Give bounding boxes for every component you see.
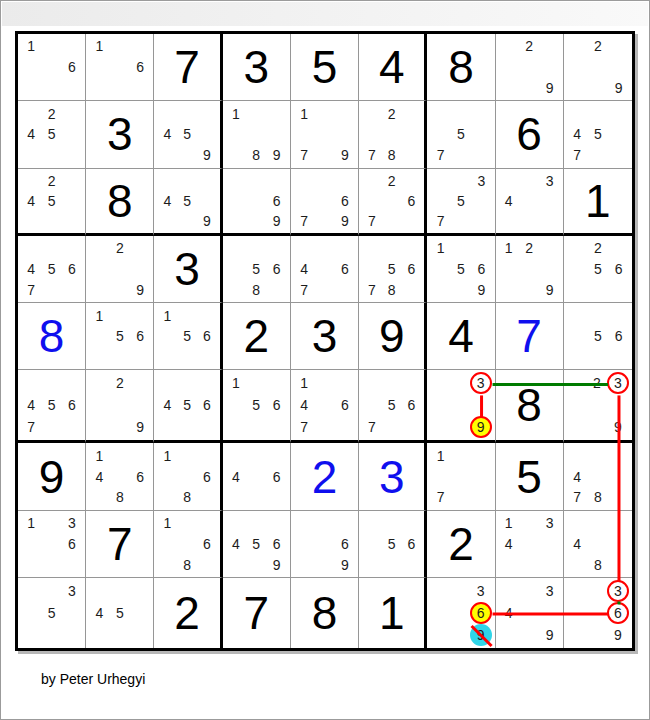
- given-digit: 8: [86, 169, 153, 233]
- cell-r5c1[interactable]: 8: [18, 303, 86, 370]
- cell-r3c9[interactable]: 1: [564, 169, 632, 236]
- cell-r1c4[interactable]: 3: [223, 34, 291, 101]
- cell-r5c6[interactable]: 9: [359, 303, 427, 370]
- candidate-digit: 9: [546, 81, 554, 95]
- candidate-digit: 6: [68, 262, 76, 276]
- cell-r5c2[interactable]: 156: [86, 303, 154, 370]
- candidate-digit: 5: [252, 537, 260, 551]
- candidate-digit: 8: [252, 283, 260, 297]
- cell-r7c4[interactable]: 46: [223, 443, 291, 510]
- candidate-digit: 5: [388, 398, 396, 412]
- candidate-grid: 4567: [18, 370, 85, 440]
- candidate-grid: 478: [564, 443, 632, 509]
- candidate-digit: 9: [614, 628, 622, 642]
- candidate-digit: 4: [27, 262, 35, 276]
- ring-circle-mark: 3: [607, 580, 629, 602]
- candidate-digit: 9: [136, 283, 144, 297]
- candidate-digit: 1: [300, 376, 308, 390]
- candidate-grid: 56: [564, 303, 632, 369]
- candidate-digit: 9: [203, 148, 211, 162]
- candidate-digit: 7: [300, 214, 308, 228]
- cell-r3c3[interactable]: 459: [154, 169, 222, 236]
- candidate-digit: 1: [437, 241, 445, 255]
- candidate-digit: 8: [116, 490, 124, 504]
- candidate-digit: 3: [614, 376, 622, 390]
- candidate-digit: 9: [546, 628, 554, 642]
- candidate-grid: 45: [86, 578, 153, 648]
- candidate-digit: 6: [68, 398, 76, 412]
- candidate-digit: 6: [203, 470, 211, 484]
- candidate-digit: 5: [183, 127, 191, 141]
- given-digit: 4: [427, 303, 494, 369]
- candidate-digit: 3: [546, 174, 554, 188]
- cell-r1c1[interactable]: 16: [18, 34, 86, 101]
- candidate-digit: 1: [163, 516, 171, 530]
- candidate-digit: 4: [163, 194, 171, 208]
- candidate-grid: 4569: [223, 511, 290, 577]
- candidate-digit: 2: [48, 174, 56, 188]
- cell-r6c2[interactable]: 29: [86, 370, 154, 443]
- candidate-digit: 1: [27, 39, 35, 53]
- cell-r1c2[interactable]: 16: [86, 34, 154, 101]
- cell-r9c2[interactable]: 45: [86, 578, 154, 648]
- candidate-grid: 29: [86, 236, 153, 302]
- candidate-digit: 2: [388, 174, 396, 188]
- given-digit: 9: [359, 303, 424, 369]
- cell-r8c4[interactable]: 4569: [223, 511, 291, 578]
- cell-r5c4[interactable]: 2: [223, 303, 291, 370]
- candidate-grid: 278: [359, 101, 424, 167]
- candidate-digit: 5: [48, 194, 56, 208]
- candidate-digit: 6: [614, 606, 622, 620]
- cell-r3c6[interactable]: 267: [359, 169, 427, 236]
- candidate-grid: 156: [86, 303, 153, 369]
- candidate-grid: 239: [564, 370, 632, 440]
- candidate-grid: 1569: [427, 236, 494, 302]
- candidate-grid: 48: [564, 511, 632, 577]
- cell-r4c6[interactable]: 5678: [359, 236, 427, 303]
- candidate-digit: 6: [136, 329, 144, 343]
- candidate-grid: 39: [427, 370, 494, 440]
- cell-r8c5[interactable]: 69: [291, 511, 359, 578]
- candidate-digit: 4: [573, 127, 581, 141]
- cyan-circle-mark: 9: [470, 624, 492, 646]
- cell-r4c1[interactable]: 4567: [18, 236, 86, 303]
- candidate-digit: 9: [477, 628, 485, 642]
- candidate-grid: 35: [18, 578, 85, 648]
- candidate-digit: 5: [457, 127, 465, 141]
- cell-r4c7[interactable]: 1569: [427, 236, 495, 303]
- candidate-digit: 2: [594, 39, 602, 53]
- candidate-digit: 2: [48, 107, 56, 121]
- window-top-bar: [2, 2, 648, 26]
- cell-r6c7[interactable]: 39: [427, 370, 495, 443]
- cell-r7c9[interactable]: 478: [564, 443, 632, 510]
- candidate-digit: 9: [136, 420, 144, 434]
- candidate-grid: 457: [564, 101, 632, 167]
- candidate-digit: 4: [573, 537, 581, 551]
- candidate-digit: 8: [388, 148, 396, 162]
- cell-r8c7[interactable]: 2: [427, 511, 495, 578]
- candidate-digit: 2: [525, 39, 533, 53]
- cell-r8c6[interactable]: 56: [359, 511, 427, 578]
- candidate-digit: 5: [252, 262, 260, 276]
- candidate-digit: 4: [96, 470, 104, 484]
- candidate-digit: 5: [457, 262, 465, 276]
- candidate-digit: 6: [273, 398, 281, 412]
- candidate-digit: 4: [96, 606, 104, 620]
- cell-r9c4[interactable]: 7: [223, 578, 291, 648]
- candidate-digit: 4: [232, 470, 240, 484]
- solver-digit: 7: [496, 303, 563, 369]
- candidate-grid: 1468: [86, 443, 153, 509]
- cell-r7c2[interactable]: 1468: [86, 443, 154, 510]
- candidate-digit: 5: [48, 398, 56, 412]
- cell-r2c8[interactable]: 6: [496, 101, 564, 168]
- candidate-digit: 6: [68, 537, 76, 551]
- cell-r8c2[interactable]: 7: [86, 511, 154, 578]
- candidate-digit: 5: [594, 127, 602, 141]
- candidate-grid: 16: [86, 34, 153, 100]
- candidate-digit: 1: [96, 309, 104, 323]
- candidate-grid: 57: [427, 101, 494, 167]
- candidate-digit: 7: [437, 148, 445, 162]
- cell-r9c1[interactable]: 35: [18, 578, 86, 648]
- candidate-grid: 46: [223, 443, 290, 509]
- candidate-grid: 459: [154, 101, 219, 167]
- given-digit: 2: [223, 303, 290, 369]
- given-digit: 7: [86, 511, 153, 577]
- candidate-digit: 8: [594, 558, 602, 572]
- cell-r9c8[interactable]: 349: [496, 578, 564, 648]
- cell-r4c4[interactable]: 568: [223, 236, 291, 303]
- candidate-digit: 4: [505, 537, 513, 551]
- candidate-digit: 5: [48, 606, 56, 620]
- given-digit: 5: [291, 34, 358, 100]
- cell-r9c6[interactable]: 1: [359, 578, 427, 648]
- cell-r8c3[interactable]: 168: [154, 511, 222, 578]
- cell-r1c9[interactable]: 29: [564, 34, 632, 101]
- candidate-digit: 9: [477, 283, 485, 297]
- given-digit: 3: [86, 101, 153, 167]
- candidate-grid: 156: [223, 370, 290, 440]
- candidate-digit: 4: [505, 194, 513, 208]
- cell-r1c5[interactable]: 5: [291, 34, 359, 101]
- candidate-digit: 1: [232, 376, 240, 390]
- candidate-digit: 9: [546, 283, 554, 297]
- cell-r5c9[interactable]: 56: [564, 303, 632, 370]
- candidate-grid: 69: [223, 169, 290, 233]
- cell-r3c8[interactable]: 34: [496, 169, 564, 236]
- given-digit: 1: [564, 169, 632, 233]
- cell-r7c1[interactable]: 9: [18, 443, 86, 510]
- cell-r3c1[interactable]: 245: [18, 169, 86, 236]
- solver-digit: 8: [18, 303, 85, 369]
- candidate-digit: 4: [232, 537, 240, 551]
- candidate-digit: 3: [614, 584, 622, 598]
- candidate-grid: 5678: [359, 236, 424, 302]
- candidate-digit: 5: [48, 262, 56, 276]
- candidate-digit: 2: [116, 376, 124, 390]
- candidate-digit: 4: [163, 127, 171, 141]
- cell-r3c5[interactable]: 679: [291, 169, 359, 236]
- cell-r6c3[interactable]: 456: [154, 370, 222, 443]
- candidate-digit: 7: [300, 148, 308, 162]
- candidate-digit: 4: [505, 606, 513, 620]
- cell-r5c3[interactable]: 156: [154, 303, 222, 370]
- cell-r2c6[interactable]: 278: [359, 101, 427, 168]
- candidate-grid: 156: [154, 303, 219, 369]
- candidate-digit: 3: [68, 584, 76, 598]
- cell-r3c4[interactable]: 69: [223, 169, 291, 236]
- solver-digit: 2: [291, 443, 358, 509]
- given-digit: 3: [223, 34, 290, 100]
- candidate-digit: 1: [96, 449, 104, 463]
- candidate-digit: 6: [408, 194, 416, 208]
- candidate-digit: 6: [408, 398, 416, 412]
- cell-r4c2[interactable]: 29: [86, 236, 154, 303]
- candidate-digit: 6: [341, 398, 349, 412]
- candidate-digit: 5: [183, 329, 191, 343]
- cell-r4c3[interactable]: 3: [154, 236, 222, 303]
- candidate-digit: 4: [573, 470, 581, 484]
- candidate-grid: 189: [223, 101, 290, 167]
- candidate-digit: 7: [368, 148, 376, 162]
- candidate-grid: 369: [564, 578, 632, 648]
- candidate-grid: 459: [154, 169, 219, 233]
- candidate-grid: 679: [291, 169, 358, 233]
- cell-r8c8[interactable]: 134: [496, 511, 564, 578]
- cell-r7c5[interactable]: 2: [291, 443, 359, 510]
- candidate-grid: 17: [427, 443, 494, 509]
- candidate-digit: 6: [136, 60, 144, 74]
- cell-r1c6[interactable]: 4: [359, 34, 427, 101]
- candidate-digit: 3: [546, 516, 554, 530]
- cell-r9c9[interactable]: 369: [564, 578, 632, 648]
- cell-r6c9[interactable]: 239: [564, 370, 632, 443]
- cell-r2c2[interactable]: 3: [86, 101, 154, 168]
- author-credit: by Peter Urhegyi: [41, 671, 145, 687]
- candidate-grid: 16: [18, 34, 85, 100]
- candidate-digit: 1: [437, 449, 445, 463]
- candidate-digit: 7: [573, 148, 581, 162]
- given-digit: 8: [496, 370, 563, 440]
- candidate-digit: 2: [116, 241, 124, 255]
- cell-r2c9[interactable]: 457: [564, 101, 632, 168]
- candidate-digit: 5: [116, 606, 124, 620]
- candidate-digit: 8: [252, 148, 260, 162]
- cell-r4c9[interactable]: 256: [564, 236, 632, 303]
- candidate-digit: 6: [203, 329, 211, 343]
- candidate-digit: 6: [273, 262, 281, 276]
- candidate-digit: 6: [341, 262, 349, 276]
- cell-r2c7[interactable]: 57: [427, 101, 495, 168]
- cell-r1c7[interactable]: 8: [427, 34, 495, 101]
- candidate-digit: 6: [136, 470, 144, 484]
- given-digit: 9: [18, 443, 85, 509]
- candidate-digit: 3: [68, 516, 76, 530]
- candidate-digit: 4: [27, 398, 35, 412]
- candidate-digit: 9: [203, 214, 211, 228]
- candidate-digit: 6: [273, 470, 281, 484]
- candidate-digit: 8: [183, 558, 191, 572]
- candidate-grid: 456: [154, 370, 219, 440]
- given-digit: 5: [496, 443, 563, 509]
- candidate-digit: 7: [27, 420, 35, 434]
- candidate-grid: 29: [86, 370, 153, 440]
- candidate-digit: 7: [300, 420, 308, 434]
- cell-r3c2[interactable]: 8: [86, 169, 154, 236]
- cell-r8c1[interactable]: 136: [18, 511, 86, 578]
- candidate-digit: 5: [48, 127, 56, 141]
- cell-r7c8[interactable]: 5: [496, 443, 564, 510]
- cell-r2c5[interactable]: 179: [291, 101, 359, 168]
- cell-r8c9[interactable]: 48: [564, 511, 632, 578]
- candidate-digit: 6: [408, 537, 416, 551]
- cell-r1c3[interactable]: 7: [154, 34, 222, 101]
- cell-r4c8[interactable]: 129: [496, 236, 564, 303]
- yellow-circle-mark: 9: [470, 416, 492, 438]
- candidate-digit: 6: [273, 194, 281, 208]
- candidate-digit: 1: [300, 107, 308, 121]
- candidate-digit: 9: [341, 214, 349, 228]
- candidate-digit: 8: [388, 283, 396, 297]
- candidate-grid: 4567: [18, 236, 85, 302]
- candidate-digit: 5: [116, 329, 124, 343]
- candidate-grid: 29: [496, 34, 563, 100]
- candidate-grid: 56: [359, 511, 424, 577]
- candidate-digit: 9: [273, 214, 281, 228]
- candidate-grid: 1467: [291, 370, 358, 440]
- candidate-digit: 3: [477, 376, 485, 390]
- candidate-digit: 9: [477, 420, 485, 434]
- cell-r9c5[interactable]: 8: [291, 578, 359, 648]
- candidate-digit: 9: [273, 148, 281, 162]
- sudoku-board[interactable]: 1616735482929245345918917927857645724584…: [15, 31, 635, 651]
- candidate-digit: 3: [477, 584, 485, 598]
- candidate-grid: 567: [359, 370, 424, 440]
- candidate-digit: 7: [368, 283, 376, 297]
- candidate-digit: 2: [388, 107, 396, 121]
- candidate-grid: 245: [18, 101, 85, 167]
- candidate-grid: 168: [154, 443, 219, 509]
- cell-r2c3[interactable]: 459: [154, 101, 222, 168]
- candidate-digit: 1: [505, 516, 513, 530]
- cell-r5c5[interactable]: 3: [291, 303, 359, 370]
- candidate-grid: 179: [291, 101, 358, 167]
- candidate-grid: 568: [223, 236, 290, 302]
- candidate-digit: 2: [593, 376, 601, 390]
- candidate-grid: 369: [427, 578, 494, 648]
- candidate-grid: 357: [427, 169, 494, 233]
- given-digit: 3: [291, 303, 358, 369]
- given-digit: 1: [359, 578, 424, 648]
- given-digit: 6: [496, 101, 563, 167]
- candidate-digit: 6: [341, 194, 349, 208]
- candidate-digit: 2: [525, 241, 533, 255]
- given-digit: 7: [223, 578, 290, 648]
- candidate-digit: 9: [614, 420, 622, 434]
- ring-circle-mark: 6: [607, 602, 629, 624]
- cell-r7c3[interactable]: 168: [154, 443, 222, 510]
- yellow-circle-mark: 6: [470, 602, 492, 624]
- candidate-digit: 6: [203, 537, 211, 551]
- candidate-digit: 7: [368, 420, 376, 434]
- candidate-digit: 1: [27, 516, 35, 530]
- candidate-digit: 9: [341, 558, 349, 572]
- cell-r6c1[interactable]: 4567: [18, 370, 86, 443]
- candidate-digit: 4: [300, 398, 308, 412]
- cell-r6c4[interactable]: 156: [223, 370, 291, 443]
- candidate-digit: 9: [615, 81, 623, 95]
- candidate-digit: 7: [437, 214, 445, 228]
- candidate-grid: 168: [154, 511, 219, 577]
- cell-r6c6[interactable]: 567: [359, 370, 427, 443]
- candidate-digit: 6: [203, 398, 211, 412]
- ring-circle-mark: 3: [470, 372, 492, 394]
- given-digit: 2: [154, 578, 219, 648]
- cell-r6c8[interactable]: 8: [496, 370, 564, 443]
- candidate-digit: 5: [252, 398, 260, 412]
- solver-digit: 3: [359, 443, 424, 509]
- candidate-digit: 5: [388, 537, 396, 551]
- candidate-digit: 7: [437, 490, 445, 504]
- cell-r3c7[interactable]: 357: [427, 169, 495, 236]
- given-digit: 8: [427, 34, 494, 100]
- candidate-digit: 3: [477, 174, 485, 188]
- candidate-digit: 7: [300, 283, 308, 297]
- given-digit: 8: [291, 578, 358, 648]
- candidate-digit: 8: [183, 490, 191, 504]
- candidate-digit: 6: [477, 262, 485, 276]
- given-digit: 4: [359, 34, 424, 100]
- candidate-grid: 29: [564, 34, 632, 100]
- candidate-digit: 4: [27, 194, 35, 208]
- cell-r5c7[interactable]: 4: [427, 303, 495, 370]
- cell-r4c5[interactable]: 467: [291, 236, 359, 303]
- candidate-digit: 8: [594, 490, 602, 504]
- candidate-grid: 256: [564, 236, 632, 302]
- candidate-grid: 129: [496, 236, 563, 302]
- cell-r9c3[interactable]: 2: [154, 578, 222, 648]
- candidate-digit: 1: [232, 107, 240, 121]
- ring-circle-mark: 3: [607, 372, 629, 394]
- candidate-digit: 5: [594, 262, 602, 276]
- candidate-digit: 5: [183, 194, 191, 208]
- candidate-digit: 7: [368, 214, 376, 228]
- cell-r2c4[interactable]: 189: [223, 101, 291, 168]
- candidate-digit: 5: [388, 262, 396, 276]
- cell-r7c7[interactable]: 17: [427, 443, 495, 510]
- candidate-digit: 7: [27, 283, 35, 297]
- candidate-digit: 6: [68, 60, 76, 74]
- cell-r6c5[interactable]: 1467: [291, 370, 359, 443]
- candidate-grid: 134: [496, 511, 563, 577]
- cell-r5c8[interactable]: 7: [496, 303, 564, 370]
- candidate-digit: 5: [183, 398, 191, 412]
- candidate-grid: 267: [359, 169, 424, 233]
- cell-r1c8[interactable]: 29: [496, 34, 564, 101]
- cell-r2c1[interactable]: 245: [18, 101, 86, 168]
- given-digit: 3: [154, 236, 219, 302]
- cell-r7c6[interactable]: 3: [359, 443, 427, 510]
- candidate-grid: 467: [291, 236, 358, 302]
- candidate-digit: 1: [163, 449, 171, 463]
- given-digit: 7: [154, 34, 219, 100]
- candidate-digit: 6: [273, 537, 281, 551]
- candidate-digit: 6: [615, 262, 623, 276]
- cell-r9c7[interactable]: 369: [427, 578, 495, 648]
